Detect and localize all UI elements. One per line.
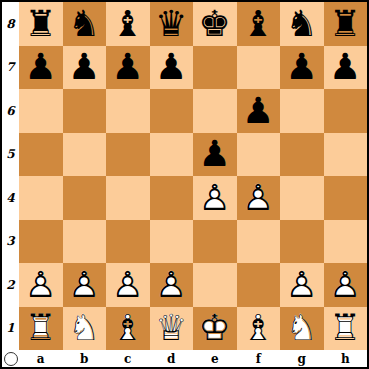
white-bishop: ♝♗: [237, 307, 281, 351]
square-c1[interactable]: ♝♗: [106, 307, 150, 351]
square-f8[interactable]: ♝: [237, 2, 281, 46]
side-to-move-cell: [2, 350, 19, 367]
white-pawn: ♟♙: [280, 263, 324, 307]
square-e7[interactable]: [193, 46, 237, 90]
rank-label-4: 4: [2, 176, 19, 220]
black-rook: ♜: [19, 2, 63, 46]
square-h1[interactable]: ♜♖: [324, 307, 368, 351]
square-a6[interactable]: [19, 89, 63, 133]
white-piece-outline: ♖: [324, 307, 368, 351]
square-a4[interactable]: [19, 176, 63, 220]
square-b5[interactable]: [63, 133, 107, 177]
white-piece-outline: ♖: [19, 307, 63, 351]
white-piece-outline: ♙: [280, 263, 324, 307]
white-queen: ♛♕: [150, 307, 194, 351]
square-f5[interactable]: [237, 133, 281, 177]
square-b3[interactable]: [63, 220, 107, 264]
white-piece-outline: ♙: [324, 263, 368, 307]
square-a8[interactable]: ♜: [19, 2, 63, 46]
square-f2[interactable]: [237, 263, 281, 307]
file-label-h: h: [324, 350, 368, 367]
black-pawn: ♟: [63, 46, 107, 90]
rank-label-1: 1: [2, 307, 19, 351]
white-king: ♚♔: [193, 307, 237, 351]
square-h6[interactable]: [324, 89, 368, 133]
square-c8[interactable]: ♝: [106, 2, 150, 46]
square-a1[interactable]: ♜♖: [19, 307, 63, 351]
square-e1[interactable]: ♚♔: [193, 307, 237, 351]
square-b8[interactable]: ♞: [63, 2, 107, 46]
white-bishop: ♝♗: [106, 307, 150, 351]
white-piece-outline: ♙: [106, 263, 150, 307]
rank-label-2: 2: [2, 263, 19, 307]
square-f7[interactable]: [237, 46, 281, 90]
file-label-d: d: [150, 350, 194, 367]
file-label-g: g: [280, 350, 324, 367]
square-g7[interactable]: ♟: [280, 46, 324, 90]
black-king: ♚: [193, 2, 237, 46]
black-pawn: ♟: [193, 133, 237, 177]
white-knight: ♞♘: [63, 307, 107, 351]
square-f6[interactable]: ♟: [237, 89, 281, 133]
rank-label-5: 5: [2, 133, 19, 177]
square-b4[interactable]: [63, 176, 107, 220]
white-rook: ♜♖: [324, 307, 368, 351]
white-pawn: ♟♙: [19, 263, 63, 307]
black-pawn: ♟: [324, 46, 368, 90]
square-d7[interactable]: ♟: [150, 46, 194, 90]
square-d5[interactable]: [150, 133, 194, 177]
square-d2[interactable]: ♟♙: [150, 263, 194, 307]
square-h7[interactable]: ♟: [324, 46, 368, 90]
chess-board: 8♜♞♝♛♚♝♞♜7♟♟♟♟♟♟6♟5♟4♟♙♟♙32♟♙♟♙♟♙♟♙♟♙♟♙1…: [0, 0, 369, 369]
square-e2[interactable]: [193, 263, 237, 307]
square-c3[interactable]: [106, 220, 150, 264]
square-d1[interactable]: ♛♕: [150, 307, 194, 351]
black-pawn: ♟: [237, 89, 281, 133]
square-g5[interactable]: [280, 133, 324, 177]
square-b7[interactable]: ♟: [63, 46, 107, 90]
white-piece-outline: ♙: [237, 176, 281, 220]
file-label-a: a: [19, 350, 63, 367]
square-g4[interactable]: [280, 176, 324, 220]
square-c2[interactable]: ♟♙: [106, 263, 150, 307]
black-knight: ♞: [280, 2, 324, 46]
square-e5[interactable]: ♟: [193, 133, 237, 177]
black-pawn: ♟: [106, 46, 150, 90]
square-b6[interactable]: [63, 89, 107, 133]
rank-label-7: 7: [2, 46, 19, 90]
square-g3[interactable]: [280, 220, 324, 264]
square-e8[interactable]: ♚: [193, 2, 237, 46]
white-pawn: ♟♙: [150, 263, 194, 307]
white-piece-outline: ♘: [280, 307, 324, 351]
square-d6[interactable]: [150, 89, 194, 133]
white-piece-outline: ♔: [193, 307, 237, 351]
square-e6[interactable]: [193, 89, 237, 133]
square-h4[interactable]: [324, 176, 368, 220]
square-d3[interactable]: [150, 220, 194, 264]
black-bishop: ♝: [237, 2, 281, 46]
white-knight: ♞♘: [280, 307, 324, 351]
white-piece-outline: ♙: [63, 263, 107, 307]
square-h8[interactable]: ♜: [324, 2, 368, 46]
file-label-c: c: [106, 350, 150, 367]
white-piece-outline: ♙: [193, 176, 237, 220]
white-pawn: ♟♙: [237, 176, 281, 220]
black-knight: ♞: [63, 2, 107, 46]
black-bishop: ♝: [106, 2, 150, 46]
square-e3[interactable]: [193, 220, 237, 264]
white-piece-outline: ♗: [237, 307, 281, 351]
black-pawn: ♟: [19, 46, 63, 90]
square-a7[interactable]: ♟: [19, 46, 63, 90]
square-b2[interactable]: ♟♙: [63, 263, 107, 307]
square-e4[interactable]: ♟♙: [193, 176, 237, 220]
black-queen: ♛: [150, 2, 194, 46]
white-piece-outline: ♙: [150, 263, 194, 307]
white-rook: ♜♖: [19, 307, 63, 351]
square-g1[interactable]: ♞♘: [280, 307, 324, 351]
rank-label-6: 6: [2, 89, 19, 133]
square-c6[interactable]: [106, 89, 150, 133]
square-d4[interactable]: [150, 176, 194, 220]
file-label-b: b: [63, 350, 107, 367]
square-g8[interactable]: ♞: [280, 2, 324, 46]
square-h5[interactable]: [324, 133, 368, 177]
black-pawn: ♟: [150, 46, 194, 90]
black-pawn: ♟: [280, 46, 324, 90]
square-f4[interactable]: ♟♙: [237, 176, 281, 220]
white-pawn: ♟♙: [324, 263, 368, 307]
square-c5[interactable]: [106, 133, 150, 177]
rank-label-8: 8: [2, 2, 19, 46]
file-label-e: e: [193, 350, 237, 367]
square-h3[interactable]: [324, 220, 368, 264]
square-c7[interactable]: ♟: [106, 46, 150, 90]
white-piece-outline: ♗: [106, 307, 150, 351]
white-pawn: ♟♙: [63, 263, 107, 307]
square-a3[interactable]: [19, 220, 63, 264]
square-b1[interactable]: ♞♘: [63, 307, 107, 351]
square-a2[interactable]: ♟♙: [19, 263, 63, 307]
white-piece-outline: ♕: [150, 307, 194, 351]
file-label-f: f: [237, 350, 281, 367]
rank-label-3: 3: [2, 220, 19, 264]
square-f3[interactable]: [237, 220, 281, 264]
square-d8[interactable]: ♛: [150, 2, 194, 46]
white-piece-outline: ♙: [19, 263, 63, 307]
square-g6[interactable]: [280, 89, 324, 133]
square-f1[interactable]: ♝♗: [237, 307, 281, 351]
square-h2[interactable]: ♟♙: [324, 263, 368, 307]
black-rook: ♜: [324, 2, 368, 46]
square-a5[interactable]: [19, 133, 63, 177]
square-c4[interactable]: [106, 176, 150, 220]
white-pawn: ♟♙: [106, 263, 150, 307]
white-to-move-indicator-icon: [4, 352, 18, 366]
square-g2[interactable]: ♟♙: [280, 263, 324, 307]
white-piece-outline: ♘: [63, 307, 107, 351]
white-pawn: ♟♙: [193, 176, 237, 220]
